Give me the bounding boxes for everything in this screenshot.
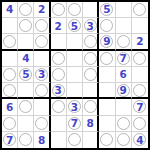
digit: 7 [136, 102, 143, 113]
odd-circle: 5 [19, 68, 32, 81]
cell-r3c3[interactable] [34, 34, 50, 50]
cell-r8c3[interactable] [34, 116, 50, 132]
cell-r5c9[interactable] [132, 67, 148, 83]
cell-r9c6[interactable] [83, 132, 99, 148]
cell-r9c8[interactable] [116, 132, 132, 148]
odd-circle [84, 35, 97, 48]
odd-circle: 7 [68, 117, 81, 130]
cell-r2c2[interactable] [18, 18, 34, 34]
cell-r4c7[interactable] [99, 51, 115, 67]
odd-circle [3, 84, 16, 97]
cell-r1c8[interactable] [116, 2, 132, 18]
odd-circle [84, 100, 97, 113]
cell-r7c1[interactable]: 6 [2, 99, 18, 115]
odd-circle: 3 [84, 19, 97, 32]
cell-r6c9[interactable] [132, 83, 148, 99]
cell-r7c7[interactable] [99, 99, 115, 115]
odd-circle: 7 [133, 100, 146, 113]
cell-r6c3[interactable] [34, 83, 50, 99]
cell-r1c3[interactable]: 2 [34, 2, 50, 18]
cell-r8c6[interactable]: 8 [83, 116, 99, 132]
cell-r4c1[interactable] [2, 51, 18, 67]
cell-r5c3[interactable]: 3 [34, 67, 50, 83]
cell-r5c7[interactable] [99, 67, 115, 83]
cell-r8c8[interactable] [116, 116, 132, 132]
odd-circle: 3 [35, 68, 48, 81]
digit: 6 [120, 69, 127, 80]
digit: 7 [71, 118, 78, 129]
odd-circle [52, 68, 65, 81]
odd-circle [117, 117, 130, 130]
odd-circle [3, 117, 16, 130]
odd-circle [52, 3, 65, 16]
odd-circle: 9 [117, 84, 130, 97]
odd-circle [84, 68, 97, 81]
cell-r8c4[interactable] [51, 116, 67, 132]
digit: 2 [55, 21, 62, 32]
cell-r5c4[interactable] [51, 67, 67, 83]
odd-circle [35, 117, 48, 130]
odd-circle [100, 133, 113, 146]
cell-r2c8[interactable] [116, 18, 132, 34]
cell-r1c9[interactable] [132, 2, 148, 18]
cell-r2c9[interactable] [132, 18, 148, 34]
cell-r2c1[interactable] [2, 18, 18, 34]
cell-r3c8[interactable] [116, 34, 132, 50]
cell-r2c6[interactable]: 3 [83, 18, 99, 34]
cell-r5c1[interactable] [2, 67, 18, 83]
odd-circle: 3 [52, 84, 65, 97]
digit: 9 [120, 85, 127, 96]
cell-r3c1[interactable] [2, 34, 18, 50]
digit: 3 [38, 69, 45, 80]
cell-r1c4[interactable] [51, 2, 67, 18]
cell-r6c5[interactable] [67, 83, 83, 99]
digit: 5 [71, 21, 78, 32]
odd-circle [52, 52, 65, 65]
digit: 8 [38, 135, 45, 146]
digit: 9 [103, 36, 110, 47]
odd-circle [117, 133, 130, 146]
cell-r7c6[interactable] [83, 99, 99, 115]
cell-r1c6[interactable] [83, 2, 99, 18]
odd-circle [19, 100, 32, 113]
odd-circle [19, 133, 32, 146]
cell-r9c4[interactable] [51, 132, 67, 148]
cell-r3c4[interactable] [51, 34, 67, 50]
sudoku-board: 42525392475363963778784 [0, 0, 150, 150]
cell-r3c7[interactable]: 9 [99, 34, 115, 50]
cell-r2c7[interactable] [99, 18, 115, 34]
cell-r4c4[interactable] [51, 51, 67, 67]
digit: 4 [136, 135, 143, 146]
cell-r2c3[interactable] [34, 18, 50, 34]
cell-r1c5[interactable] [67, 2, 83, 18]
cell-r4c6[interactable] [83, 51, 99, 67]
digit: 5 [103, 4, 110, 15]
odd-circle: 5 [100, 3, 113, 16]
cell-r2c5[interactable]: 5 [67, 18, 83, 34]
cell-r6c8[interactable]: 9 [116, 83, 132, 99]
cell-r5c8[interactable]: 6 [116, 67, 132, 83]
cell-r5c5[interactable] [67, 67, 83, 83]
digit: 6 [6, 102, 13, 113]
cell-r1c7[interactable]: 5 [99, 2, 115, 18]
digit: 3 [87, 21, 94, 32]
cell-r6c4[interactable]: 3 [51, 83, 67, 99]
odd-circle [100, 52, 113, 65]
digit: 3 [71, 102, 78, 113]
odd-circle [19, 3, 32, 16]
cell-r6c7[interactable] [99, 83, 115, 99]
odd-circle [68, 133, 81, 146]
cell-r7c2[interactable] [18, 99, 34, 115]
cell-r2c4[interactable]: 2 [51, 18, 67, 34]
odd-circle: 3 [68, 100, 81, 113]
cell-r8c1[interactable] [2, 116, 18, 132]
odd-circle [3, 68, 16, 81]
odd-circle: 9 [100, 35, 113, 48]
cell-r8c7[interactable] [99, 116, 115, 132]
cell-r4c5[interactable] [67, 51, 83, 67]
odd-circle [68, 3, 81, 16]
cell-r9c5[interactable] [67, 132, 83, 148]
cell-r6c6[interactable] [83, 83, 99, 99]
cell-r9c1[interactable]: 7 [2, 132, 18, 148]
cell-r9c7[interactable] [99, 132, 115, 148]
odd-circle: 7 [117, 52, 130, 65]
cell-r7c4[interactable] [51, 99, 67, 115]
odd-circle [133, 52, 146, 65]
cell-r4c9[interactable] [132, 51, 148, 67]
cell-r1c1[interactable]: 4 [2, 2, 18, 18]
cell-r3c5[interactable] [67, 34, 83, 50]
cell-r5c2[interactable]: 5 [18, 67, 34, 83]
odd-circle [133, 3, 146, 16]
digit: 4 [22, 53, 29, 64]
cell-r3c6[interactable] [83, 34, 99, 50]
digit: 8 [87, 118, 94, 129]
odd-circle [84, 52, 97, 65]
cell-r9c3[interactable]: 8 [34, 132, 50, 148]
odd-circle [35, 35, 48, 48]
cell-r8c2[interactable] [18, 116, 34, 132]
cell-r3c2[interactable] [18, 34, 34, 50]
odd-circle [100, 19, 113, 32]
digit: 2 [38, 4, 45, 15]
digit: 2 [136, 36, 143, 47]
cell-r4c3[interactable] [34, 51, 50, 67]
cell-r4c2[interactable]: 4 [18, 51, 34, 67]
cell-r6c2[interactable] [18, 83, 34, 99]
digit: 7 [6, 135, 13, 146]
odd-circle [3, 35, 16, 48]
cell-r7c9[interactable]: 7 [132, 99, 148, 115]
odd-circle [133, 84, 146, 97]
digit: 7 [120, 53, 127, 64]
odd-circle: 7 [3, 133, 16, 146]
odd-circle: 4 [133, 133, 146, 146]
odd-circle: 5 [68, 19, 81, 32]
odd-circle [35, 19, 48, 32]
odd-circle [133, 117, 146, 130]
cell-r4c8[interactable]: 7 [116, 51, 132, 67]
digit: 3 [55, 85, 62, 96]
cell-r8c5[interactable]: 7 [67, 116, 83, 132]
cell-r5c6[interactable] [83, 67, 99, 83]
odd-circle [35, 84, 48, 97]
digit: 4 [6, 4, 13, 15]
cell-r7c5[interactable]: 3 [67, 99, 83, 115]
cell-r7c8[interactable] [116, 99, 132, 115]
digit: 5 [22, 69, 29, 80]
odd-circle [19, 19, 32, 32]
cell-r6c1[interactable] [2, 83, 18, 99]
cell-r1c2[interactable] [18, 2, 34, 18]
cell-r9c9[interactable]: 4 [132, 132, 148, 148]
cell-r3c9[interactable]: 2 [132, 34, 148, 50]
cell-r7c3[interactable] [34, 99, 50, 115]
cell-r9c2[interactable] [18, 132, 34, 148]
odd-circle [117, 35, 130, 48]
cell-r8c9[interactable] [132, 116, 148, 132]
odd-circle [52, 100, 65, 113]
